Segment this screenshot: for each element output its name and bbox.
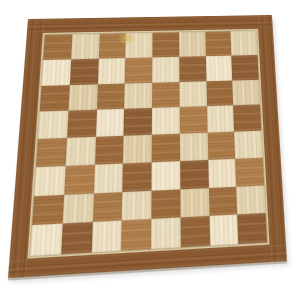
square-c6 [96,83,124,110]
square-c5 [95,109,124,137]
square-d3 [123,162,152,192]
square-a7 [42,59,71,85]
square-b4 [65,137,95,166]
square-a4 [36,138,67,167]
square-b2 [62,193,93,224]
square-g6 [206,80,233,106]
square-c4 [94,136,123,165]
square-g4 [207,132,235,160]
square-e8 [152,32,179,57]
square-a2 [32,194,64,225]
square-a8 [43,34,72,59]
square-a3 [34,166,65,196]
square-g3 [208,159,237,188]
square-h6 [232,79,260,105]
square-f3 [180,160,209,189]
square-g8 [205,31,232,56]
square-d4 [123,135,152,164]
square-h2 [236,185,265,215]
square-g5 [207,105,235,132]
square-f7 [179,56,206,82]
square-e4 [152,134,180,162]
square-b6 [68,84,97,111]
square-f2 [180,188,209,218]
board-inlay-border [28,29,270,259]
square-h1 [237,213,267,244]
square-e3 [151,161,180,190]
square-f4 [180,133,208,161]
square-a6 [40,85,70,112]
square-f5 [179,106,207,133]
square-d6 [124,82,152,109]
board-grid [30,31,267,256]
square-d5 [124,108,152,136]
square-h5 [233,105,261,132]
square-f6 [179,81,206,107]
square-b1 [61,222,93,254]
square-b3 [64,164,95,194]
photo-background [0,0,300,300]
square-b5 [67,110,97,138]
square-g1 [209,215,239,246]
square-a5 [38,111,68,139]
square-h3 [235,157,264,186]
square-b8 [71,34,99,59]
square-h8 [231,31,258,56]
square-g7 [205,55,232,80]
square-f8 [179,32,206,57]
square-c1 [91,221,122,253]
square-e7 [152,57,179,83]
square-d2 [122,190,152,221]
square-d7 [125,57,152,83]
square-e1 [151,218,180,249]
square-d1 [121,219,151,251]
square-d8 [125,33,152,58]
square-h7 [232,55,259,80]
square-f1 [180,216,209,247]
square-c7 [97,58,125,84]
square-e2 [151,189,180,219]
square-g2 [208,186,237,216]
square-h4 [234,131,262,159]
square-e6 [152,82,179,109]
square-c2 [92,192,122,223]
square-a1 [30,224,62,256]
chess-board [8,15,287,278]
square-c8 [98,33,126,58]
square-b7 [70,58,99,84]
square-e5 [152,107,180,134]
square-c3 [93,163,123,193]
